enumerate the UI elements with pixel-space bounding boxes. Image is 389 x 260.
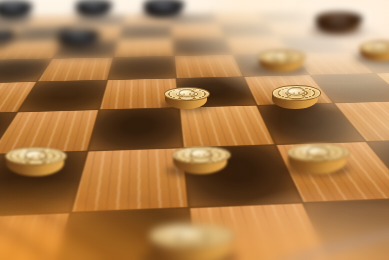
piece-face: ⛀: [272, 85, 321, 100]
checker-piece-dark[interactable]: ⛂: [75, 0, 111, 21]
dark-checker-glyph: ⛂: [329, 8, 348, 31]
checker-piece-dark[interactable]: ⛂: [0, 29, 15, 46]
checker-piece-light[interactable]: ⛀: [287, 143, 348, 181]
checker-piece-dark[interactable]: ⛂: [57, 28, 99, 54]
piece-face: ⛀: [5, 147, 67, 166]
checker-piece-dark[interactable]: ⛂: [143, 0, 183, 23]
piece-face: ⛂: [0, 29, 17, 39]
light-checker-glyph: ⛀: [372, 37, 389, 58]
dark-checker-glyph: ⛂: [70, 24, 88, 45]
light-checker-glyph: ⛀: [305, 138, 331, 169]
piece-face: ⛂: [57, 28, 101, 42]
checker-piece-light[interactable]: ⛀: [149, 223, 233, 260]
light-checker-glyph: ⛀: [189, 141, 213, 170]
checker-piece-light[interactable]: ⛀: [272, 85, 319, 114]
checker-piece-light[interactable]: ⛀: [172, 146, 229, 181]
dark-checker-glyph: ⛂: [156, 0, 173, 15]
light-checker-glyph: ⛀: [23, 141, 48, 171]
dark-checker-glyph: ⛂: [86, 0, 101, 14]
checker-piece-dark[interactable]: ⛂: [0, 0, 31, 24]
light-checker-glyph: ⛀: [286, 81, 306, 105]
pieces-layer: ⛂⛂⛂⛂⛂⛂⛀⛀⛀⛀⛀⛀⛀⛀: [0, 0, 389, 260]
checker-piece-light[interactable]: ⛀: [5, 147, 65, 184]
piece-face: ⛀: [149, 223, 235, 248]
checker-piece-light[interactable]: ⛀: [359, 41, 389, 67]
light-checker-glyph: ⛀: [178, 83, 196, 105]
dark-checker-glyph: ⛂: [5, 0, 21, 16]
checker-piece-light[interactable]: ⛀: [258, 50, 304, 79]
checker-piece-dark[interactable]: ⛂: [315, 12, 361, 41]
piece-face: ⛀: [172, 146, 231, 164]
dark-checker-glyph: ⛂: [0, 27, 8, 41]
checker-piece-light[interactable]: ⛀: [164, 87, 208, 114]
piece-face: ⛀: [287, 143, 350, 162]
light-checker-glyph: ⛀: [272, 46, 291, 69]
checkers-board-photo: ⛂⛂⛂⛂⛂⛂⛀⛀⛀⛀⛀⛀⛀⛀: [0, 0, 389, 260]
light-checker-glyph: ⛀: [174, 215, 209, 257]
